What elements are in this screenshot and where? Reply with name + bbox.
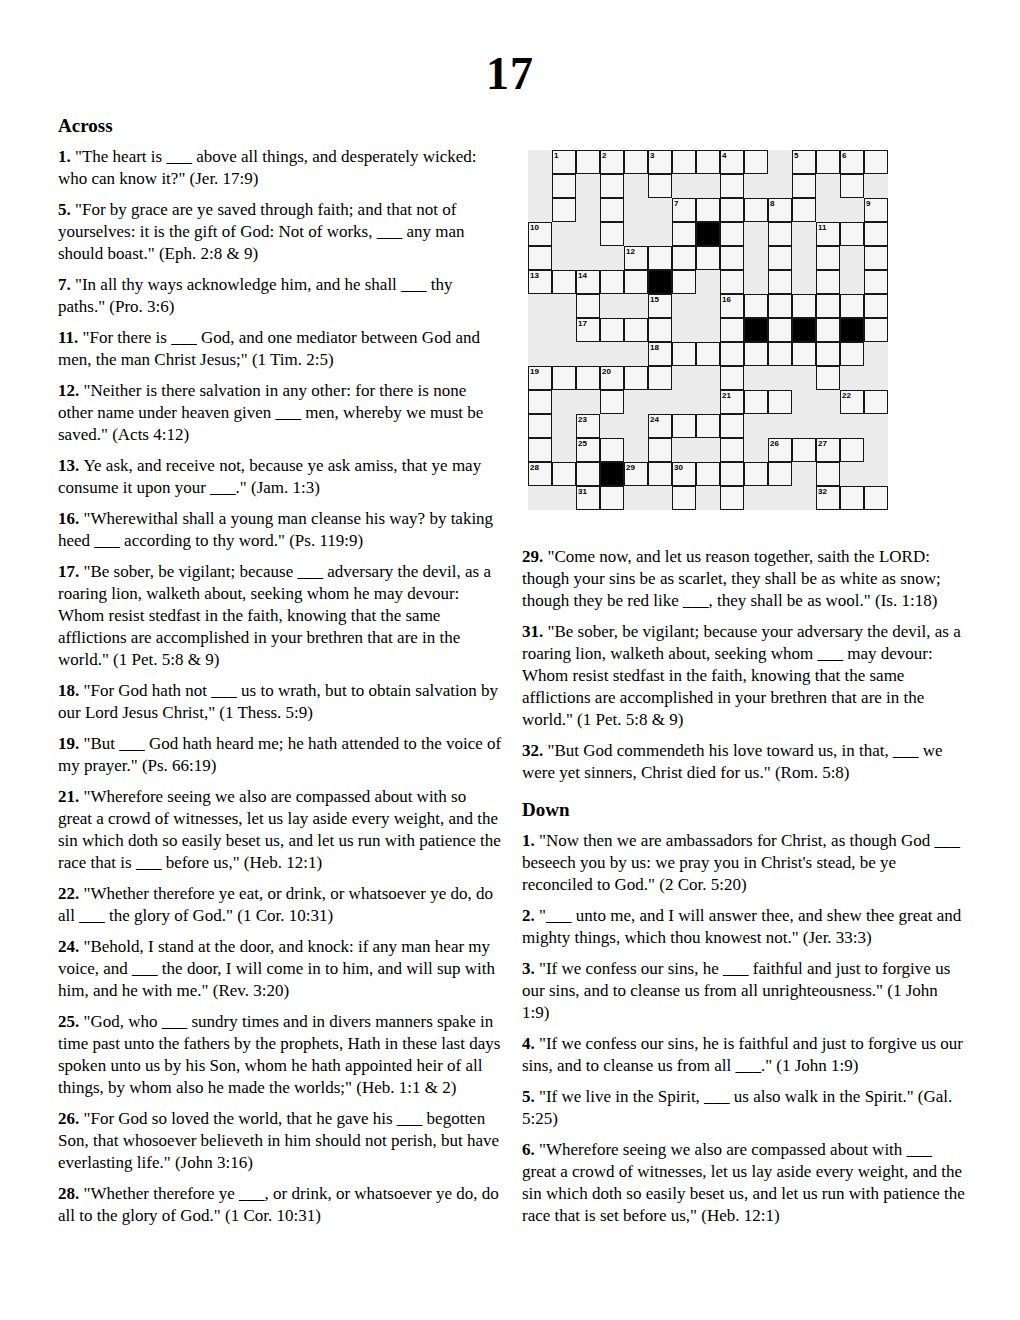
cell-r4c6 [648,222,672,246]
cell-r2c9[interactable] [720,174,744,198]
cell-r13c4[interactable] [600,438,624,462]
across-clues-left: 1. "The heart is ___ above all things, a… [58,146,502,1227]
cell-r4c4[interactable] [600,222,624,246]
cell-r1c9[interactable]: 4 [720,150,744,174]
cell-r1c14[interactable]: 6 [840,150,864,174]
cell-r14c6[interactable] [648,462,672,486]
cell-r7c4 [600,294,624,318]
clue-number: 5. [522,1087,539,1106]
cell-r10c1[interactable]: 19 [528,366,552,390]
cell-r14c13[interactable] [816,462,840,486]
clue-number: 11. [58,328,83,347]
cell-r11c2 [552,390,576,414]
cell-r6c1[interactable]: 13 [528,270,552,294]
cell-r8c1 [528,318,552,342]
cell-r5c11[interactable] [768,246,792,270]
cell-r7c12[interactable] [792,294,816,318]
across-clue-11: 11. "For there is ___ God, and one media… [58,327,502,371]
cell-r7c8 [696,294,720,318]
cell-r11c15[interactable] [864,390,888,414]
cell-r1c4[interactable]: 2 [600,150,624,174]
cell-r14c7[interactable]: 30 [672,462,696,486]
clue-number: 28. [58,1184,84,1203]
cell-r10c15 [864,366,888,390]
cell-number: 8 [770,199,774,208]
cell-r9c3 [576,342,600,366]
cell-r12c4 [600,414,624,438]
cell-number: 19 [530,367,539,376]
cell-r15c2 [552,486,576,510]
across-clue-5: 5. "For by grace are ye saved through fa… [58,199,502,265]
down-clue-2: 2. "___ unto me, and I will answer thee,… [522,905,968,949]
across-clue-25: 25. "God, who ___ sundry times and in di… [58,1011,502,1099]
cell-r2c12[interactable] [792,174,816,198]
cell-r9c5 [624,342,648,366]
cell-r4c15[interactable] [864,222,888,246]
cell-r5c8[interactable] [696,246,720,270]
cell-number: 1 [554,151,558,160]
cell-r8c10 [744,318,768,342]
clue-number: 21. [58,787,84,806]
cell-r4c8 [696,222,720,246]
cell-r14c9[interactable] [720,462,744,486]
clue-number: 1. [522,831,539,850]
cell-r11c10[interactable] [744,390,768,414]
clue-number: 16. [58,509,84,528]
cell-r14c10[interactable] [744,462,768,486]
down-clue-3: 3. "If we confess our sins, he ___ faith… [522,958,968,1024]
cell-r1c6[interactable]: 3 [648,150,672,174]
cell-r2c7 [672,174,696,198]
clue-number: 6. [522,1140,539,1159]
cell-r12c13 [816,414,840,438]
cell-r14c4 [600,462,624,486]
across-clue-22: 22. "Whether therefore ye eat, or drink,… [58,883,502,927]
cell-r12c15 [864,414,888,438]
clue-number: 29. [522,547,548,566]
cell-r9c10[interactable] [744,342,768,366]
cell-r7c5 [624,294,648,318]
cell-r4c12 [792,222,816,246]
cell-r13c14[interactable] [840,438,864,462]
cell-r6c6 [648,270,672,294]
cell-number: 17 [578,319,587,328]
cell-r15c5 [624,486,648,510]
clue-number: 32. [522,741,548,760]
cell-number: 10 [530,223,539,232]
down-header: Down [522,798,968,822]
cell-r13c9[interactable] [720,438,744,462]
cell-r3c2[interactable] [552,198,576,222]
cell-r15c10 [744,486,768,510]
cell-r9c13[interactable] [816,342,840,366]
cell-r5c6[interactable] [648,246,672,270]
cell-number: 6 [842,151,846,160]
cell-number: 16 [722,295,731,304]
cell-r15c3[interactable]: 31 [576,486,600,510]
cell-r15c9[interactable] [720,486,744,510]
cell-r12c9[interactable] [720,414,744,438]
across-clue-17: 17. "Be sober, be vigilant; because ___ … [58,561,502,671]
cell-number: 27 [818,439,827,448]
cell-r10c8 [696,366,720,390]
cell-r4c3 [576,222,600,246]
cell-r3c6 [648,198,672,222]
cell-r10c10 [744,366,768,390]
clue-number: 18. [58,681,84,700]
across-clue-18: 18. "For God hath not ___ us to wrath, b… [58,680,502,724]
cell-r12c6[interactable]: 24 [648,414,672,438]
cell-r1c12[interactable]: 5 [792,150,816,174]
clue-number: 17. [58,562,84,581]
across-clue-19: 19. "But ___ God hath heard me; he hath … [58,733,502,777]
cell-r4c2 [552,222,576,246]
across-clue-32: 32. "But God commendeth his love toward … [522,740,968,784]
cell-r3c12[interactable] [792,198,816,222]
cell-r9c11[interactable] [768,342,792,366]
clue-number: 2. [522,906,539,925]
cell-r14c2[interactable] [552,462,576,486]
cell-r5c12 [792,246,816,270]
cell-r7c6[interactable]: 15 [648,294,672,318]
cell-number: 14 [578,271,587,280]
cell-r7c11[interactable] [768,294,792,318]
cell-r6c10 [744,270,768,294]
cell-r15c14[interactable] [840,486,864,510]
cell-number: 4 [722,151,726,160]
cell-r10c12 [792,366,816,390]
cell-number: 28 [530,463,539,472]
cell-r2c14[interactable] [840,174,864,198]
cell-r3c8[interactable] [696,198,720,222]
cell-r6c5[interactable] [624,270,648,294]
cell-r13c12[interactable] [792,438,816,462]
cell-r13c13[interactable]: 27 [816,438,840,462]
crossword-grid: 1234567891011121314151617181920212223242… [528,150,888,510]
cell-r4c7[interactable] [672,222,696,246]
cell-r9c8[interactable] [696,342,720,366]
cell-r15c13[interactable]: 32 [816,486,840,510]
clue-number: 31. [522,622,548,641]
cell-r3c13 [816,198,840,222]
cell-number: 23 [578,415,587,424]
cell-r5c4 [600,246,624,270]
cell-r14c11[interactable] [768,462,792,486]
cell-r14c14 [840,462,864,486]
cell-number: 15 [650,295,659,304]
cell-r2c11 [768,174,792,198]
cell-r7c15[interactable] [864,294,888,318]
across-clues-right: 29. "Come now, and let us reason togethe… [522,546,968,784]
cell-r11c1[interactable] [528,390,552,414]
cell-r1c11 [768,150,792,174]
cell-r14c5[interactable]: 29 [624,462,648,486]
cell-r15c7[interactable] [672,486,696,510]
cell-r9c1 [528,342,552,366]
across-clue-12: 12. "Neither is there salvation in any o… [58,380,502,446]
cell-r6c9[interactable] [720,270,744,294]
down-clues: 1. "Now then we are ambassadors for Chri… [522,830,968,1227]
cell-r2c10 [744,174,768,198]
cell-r10c3[interactable] [576,366,600,390]
cell-r6c15[interactable] [864,270,888,294]
across-clue-29: 29. "Come now, and let us reason togethe… [522,546,968,612]
cell-r1c3[interactable] [576,150,600,174]
cell-r6c2[interactable] [552,270,576,294]
clue-number: 26. [58,1109,84,1128]
across-header: Across [58,114,502,138]
cell-r11c6 [648,390,672,414]
cell-number: 24 [650,415,659,424]
cell-number: 7 [674,199,678,208]
cell-r8c14 [840,318,864,342]
cell-r4c11[interactable] [768,222,792,246]
cell-r9c2 [552,342,576,366]
cell-r14c12 [792,462,816,486]
across-clue-7: 7. "In all thy ways acknowledge him, and… [58,274,502,318]
cell-r8c8 [696,318,720,342]
cell-number: 2 [602,151,606,160]
cell-r8c15[interactable] [864,318,888,342]
cell-r6c8 [696,270,720,294]
cell-r15c12 [792,486,816,510]
cell-r7c9[interactable]: 16 [720,294,744,318]
crossword-board-wrap: 1234567891011121314151617181920212223242… [528,150,968,510]
down-clue-1: 1. "Now then we are ambassadors for Chri… [522,830,968,896]
cell-number: 3 [650,151,654,160]
cell-r6c13[interactable] [816,270,840,294]
cell-r6c4[interactable] [600,270,624,294]
cell-r8c5[interactable] [624,318,648,342]
across-clue-26: 26. "For God so loved the world, that he… [58,1108,502,1174]
cell-r3c5 [624,198,648,222]
cell-r5c14 [840,246,864,270]
cell-r14c8[interactable] [696,462,720,486]
clue-number: 1. [58,147,75,166]
cell-r5c2 [552,246,576,270]
cell-number: 20 [602,367,611,376]
cell-r15c4[interactable] [600,486,624,510]
cell-r8c12 [792,318,816,342]
cell-r3c14 [840,198,864,222]
cell-r3c11[interactable]: 8 [768,198,792,222]
cell-r6c7[interactable] [672,270,696,294]
cell-r1c15[interactable] [864,150,888,174]
cell-r3c3 [576,198,600,222]
cell-r7c10[interactable] [744,294,768,318]
cell-r4c9[interactable] [720,222,744,246]
cell-r10c2[interactable] [552,366,576,390]
cell-r4c1[interactable]: 10 [528,222,552,246]
cell-number: 11 [818,223,826,232]
cell-r4c10 [744,222,768,246]
cell-r11c5 [624,390,648,414]
cell-r5c9[interactable] [720,246,744,270]
cell-r13c6[interactable] [648,438,672,462]
cell-r8c6[interactable] [648,318,672,342]
cell-r2c2[interactable] [552,174,576,198]
cell-r12c10 [744,414,768,438]
clue-number: 22. [58,884,84,903]
cell-r12c12 [792,414,816,438]
cell-r13c11[interactable]: 26 [768,438,792,462]
cell-number: 32 [818,487,827,496]
cell-r13c3[interactable]: 25 [576,438,600,462]
cell-r13c10 [744,438,768,462]
cell-r12c3[interactable]: 23 [576,414,600,438]
cell-r9c4 [600,342,624,366]
across-clue-1: 1. "The heart is ___ above all things, a… [58,146,502,190]
cell-number: 29 [626,463,635,472]
cell-r2c13 [816,174,840,198]
page-title: 17 [0,0,1020,98]
across-clue-31: 31. "Be sober, be vigilant; because your… [522,621,968,731]
cell-r2c5 [624,174,648,198]
cell-r11c13 [816,390,840,414]
cell-r4c13[interactable]: 11 [816,222,840,246]
cell-r11c4[interactable] [600,390,624,414]
cell-r10c14 [840,366,864,390]
cell-r5c5[interactable]: 12 [624,246,648,270]
cell-r9c15 [864,342,888,366]
cell-r10c7 [672,366,696,390]
cell-r10c13[interactable] [816,366,840,390]
cell-r3c15[interactable]: 9 [864,198,888,222]
cell-number: 18 [650,343,659,352]
cell-r8c13[interactable] [816,318,840,342]
cell-r11c9[interactable]: 21 [720,390,744,414]
cell-r5c3 [576,246,600,270]
across-clue-16: 16. "Wherewithal shall a young man clean… [58,508,502,552]
clue-number: 13. [58,456,84,475]
cell-r8c7 [672,318,696,342]
cell-r8c4[interactable] [600,318,624,342]
cell-r13c1[interactable] [528,438,552,462]
cell-r1c13[interactable] [816,150,840,174]
cell-number: 22 [842,391,851,400]
cell-r6c14 [840,270,864,294]
cell-r15c15[interactable] [864,486,888,510]
cell-number: 13 [530,271,539,280]
cell-r12c1[interactable] [528,414,552,438]
cell-r12c14 [840,414,864,438]
cell-r3c10[interactable] [744,198,768,222]
cell-r1c10[interactable] [744,150,768,174]
cell-r11c11[interactable] [768,390,792,414]
cell-r7c3[interactable] [576,294,600,318]
down-clue-6: 6. "Wherefore seeing we also are compass… [522,1139,968,1227]
cell-r15c1 [528,486,552,510]
cell-r4c5 [624,222,648,246]
across-clue-21: 21. "Wherefore seeing we also are compas… [58,786,502,874]
cell-r3c4[interactable] [600,198,624,222]
cell-r3c1 [528,198,552,222]
cell-r2c4[interactable] [600,174,624,198]
cell-r5c15[interactable] [864,246,888,270]
cell-r9c12[interactable] [792,342,816,366]
cell-r15c11 [768,486,792,510]
cell-r3c7[interactable]: 7 [672,198,696,222]
cell-r2c8 [696,174,720,198]
cell-r9c7[interactable] [672,342,696,366]
cell-r4c14[interactable] [840,222,864,246]
cell-r10c4[interactable]: 20 [600,366,624,390]
cell-r9c14[interactable] [840,342,864,366]
cell-r7c7 [672,294,696,318]
cell-r2c1 [528,174,552,198]
cell-number: 9 [866,199,870,208]
cell-r7c13[interactable] [816,294,840,318]
cell-r10c9[interactable] [720,366,744,390]
cell-number: 31 [578,487,587,496]
cell-r10c6[interactable] [648,366,672,390]
cell-r13c8 [696,438,720,462]
clue-number: 3. [522,959,539,978]
cell-r7c14[interactable] [840,294,864,318]
cell-r14c3[interactable] [576,462,600,486]
cell-r6c12 [792,270,816,294]
cell-r12c11 [768,414,792,438]
cell-number: 12 [626,247,635,256]
cell-r11c8 [696,390,720,414]
cell-r5c7[interactable] [672,246,696,270]
clue-number: 25. [58,1012,84,1031]
cell-r8c11[interactable] [768,318,792,342]
across-clue-24: 24. "Behold, I stand at the door, and kn… [58,936,502,1002]
cell-r2c3 [576,174,600,198]
clue-number: 4. [522,1034,539,1053]
cell-r6c11[interactable] [768,270,792,294]
cell-r5c1[interactable] [528,246,552,270]
cell-r11c7 [672,390,696,414]
cell-number: 30 [674,463,683,472]
cell-r7c1 [528,294,552,318]
cell-r8c3[interactable]: 17 [576,318,600,342]
cell-r15c8 [696,486,720,510]
cell-r5c13[interactable] [816,246,840,270]
cell-r7c2 [552,294,576,318]
cell-r11c14[interactable]: 22 [840,390,864,414]
cell-r1c1 [528,150,552,174]
cell-r6c3[interactable]: 14 [576,270,600,294]
cell-r12c2 [552,414,576,438]
cell-r1c5[interactable] [624,150,648,174]
across-clue-13: 13. Ye ask, and receive not, because ye … [58,455,502,499]
cell-r13c5 [624,438,648,462]
cell-r11c3 [576,390,600,414]
puzzle-page: 17 Across 1. "The heart is ___ above all… [0,0,1020,1320]
cell-r3c9[interactable] [720,198,744,222]
cell-number: 25 [578,439,587,448]
cell-r5c10 [744,246,768,270]
cell-r11c12 [792,390,816,414]
cell-r1c2[interactable]: 1 [552,150,576,174]
cell-r8c9[interactable] [720,318,744,342]
down-clue-5: 5. "If we live in the Spirit, ___ us als… [522,1086,968,1130]
cell-r1c8[interactable] [696,150,720,174]
clue-number: 19. [58,734,84,753]
cell-r10c5[interactable] [624,366,648,390]
cell-r2c6[interactable] [648,174,672,198]
clue-number: 12. [58,381,84,400]
cell-r1c7[interactable] [672,150,696,174]
cell-r12c8[interactable] [696,414,720,438]
cell-r14c1[interactable]: 28 [528,462,552,486]
cell-r13c15 [864,438,888,462]
cell-r9c9[interactable] [720,342,744,366]
cell-r9c6[interactable]: 18 [648,342,672,366]
cell-r12c7[interactable] [672,414,696,438]
